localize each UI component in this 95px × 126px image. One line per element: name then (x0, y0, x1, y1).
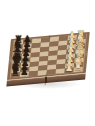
product-photo: ♜♟♟♜♞♟♟♞♝♟♟♝♛♟♟♛♚♟♟♚♝♟♟♝♞♟♟♞♜♟♟♜ (0, 0, 95, 126)
chess-board: ♜♟♟♜♞♟♟♞♝♟♟♝♛♟♟♛♚♟♟♚♝♟♟♝♞♟♟♞♜♟♟♜ (7, 32, 90, 80)
piece-white-rook: ♜ (73, 62, 83, 72)
board-grid: ♜♟♟♜♞♟♟♞♝♟♟♝♛♟♟♛♚♟♟♚♝♟♟♝♞♟♟♞♜♟♟♜ (11, 34, 86, 78)
board-square: ♜ (73, 67, 82, 72)
